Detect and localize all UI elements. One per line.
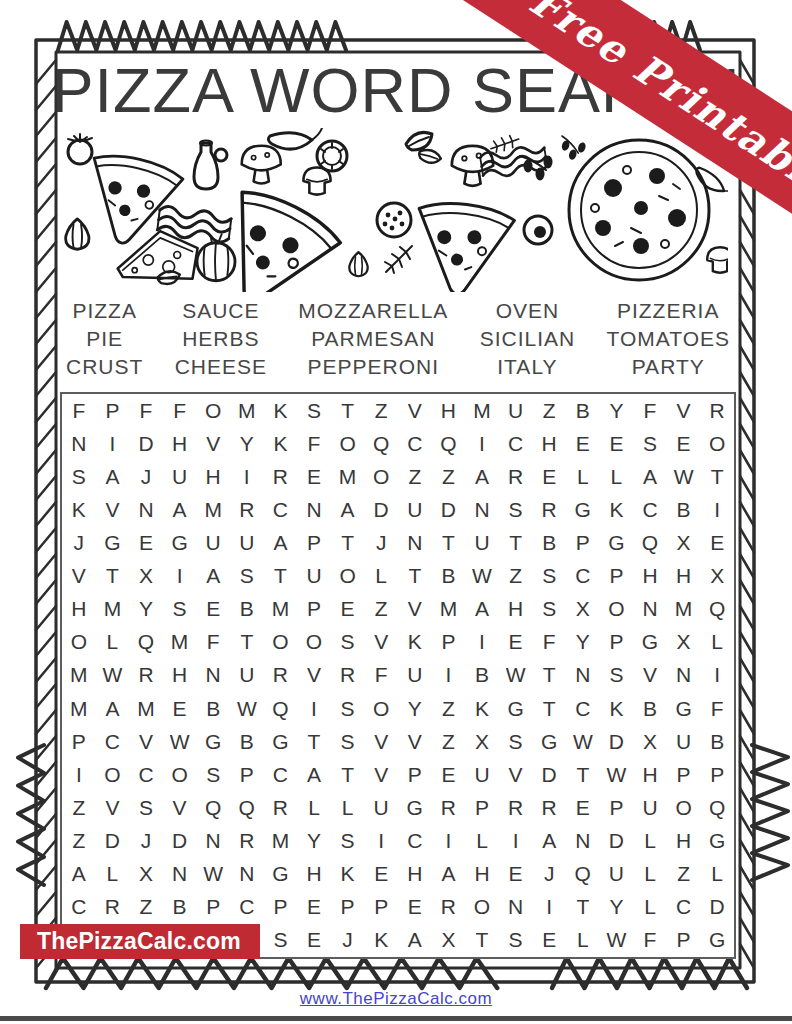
grid-cell: Q xyxy=(633,526,667,559)
grid-cell: A xyxy=(465,460,499,493)
grid-cell: T xyxy=(499,526,533,559)
grid-cell: W xyxy=(196,858,230,891)
ribbon-label: Free Printable xyxy=(522,0,792,206)
grid-cell: R xyxy=(432,791,466,824)
grid-cell: I xyxy=(163,560,197,593)
word-column: OVENSICILIANITALY xyxy=(480,297,576,381)
grid-cell: W xyxy=(96,659,130,692)
grid-cell: B xyxy=(230,725,264,758)
grid-cell: M xyxy=(264,825,298,858)
grid-cell: L xyxy=(633,891,667,924)
grid-cell: U xyxy=(230,526,264,559)
grid-cell: W xyxy=(465,560,499,593)
grid-cell: L xyxy=(700,626,734,659)
word-list-item: PARMESAN xyxy=(298,325,448,353)
grid-cell: U xyxy=(230,659,264,692)
word-column: MOZZARELLAPARMESANPEPPERONI xyxy=(298,297,448,381)
grid-cell: Z xyxy=(432,692,466,725)
grid-cell: S xyxy=(230,560,264,593)
grid-cell: I xyxy=(700,493,734,526)
grid-cell: U xyxy=(465,526,499,559)
grid-cell: Z xyxy=(364,394,398,427)
grid-cell: H xyxy=(297,858,331,891)
grid-cell: J xyxy=(331,924,365,957)
grid-cell: N xyxy=(465,493,499,526)
grid-cell: H xyxy=(667,825,701,858)
grid-cell: S xyxy=(129,791,163,824)
grid-cell: S xyxy=(499,493,533,526)
grid-cell: U xyxy=(163,460,197,493)
grid-cell: I xyxy=(532,891,566,924)
word-list-item: CHEESE xyxy=(175,353,267,381)
grid-cell: I xyxy=(499,825,533,858)
grid-cell: X xyxy=(129,858,163,891)
grid-cell: I xyxy=(432,659,466,692)
grid-cell: R xyxy=(499,791,533,824)
grid-cell: A xyxy=(465,593,499,626)
grid-cell: R xyxy=(264,460,298,493)
grid-cell: M xyxy=(667,593,701,626)
grid-cell: Y xyxy=(398,692,432,725)
word-column: PIZZAPIECRUST xyxy=(66,297,143,381)
grid-cell: Q xyxy=(196,791,230,824)
grid-cell: R xyxy=(230,493,264,526)
grid-cell: B xyxy=(633,692,667,725)
grid-cell: S xyxy=(331,725,365,758)
grid-cell: K xyxy=(264,394,298,427)
grid-cell: G xyxy=(700,924,734,957)
grid-cell: G xyxy=(633,626,667,659)
grid-cell: N xyxy=(196,825,230,858)
grid-cell: R xyxy=(432,891,466,924)
grid-cell: D xyxy=(600,825,634,858)
grid-cell: C xyxy=(633,493,667,526)
grid-cell: T xyxy=(297,725,331,758)
grid-cell: P xyxy=(196,891,230,924)
grid-cell: R xyxy=(532,791,566,824)
grid-cell: G xyxy=(499,692,533,725)
grid-cell: I xyxy=(62,758,96,791)
grid-cell: E xyxy=(129,526,163,559)
grid-cell: O xyxy=(96,758,130,791)
grid-cell: O xyxy=(600,593,634,626)
grid-cell: X xyxy=(667,526,701,559)
grid-cell: L xyxy=(566,460,600,493)
grid-cell: P xyxy=(264,891,298,924)
grid-cell: D xyxy=(432,493,466,526)
printable-page: PIZZA WORD SEARCH xyxy=(0,0,792,1024)
grid-cell: N xyxy=(297,493,331,526)
grid-cell: M xyxy=(264,593,298,626)
grid-cell: N xyxy=(633,593,667,626)
grid-cell: V xyxy=(364,626,398,659)
word-list-item: SICILIAN xyxy=(480,325,576,353)
grid-cell: L xyxy=(96,626,130,659)
grid-cell: T xyxy=(532,692,566,725)
word-list-item: HERBS xyxy=(175,325,267,353)
grid-cell: B xyxy=(465,659,499,692)
grid-cell: P xyxy=(364,891,398,924)
grid-cell: V xyxy=(364,758,398,791)
grid-cell: N xyxy=(398,526,432,559)
grid-cell: P xyxy=(600,791,634,824)
grid-cell: H xyxy=(432,394,466,427)
grid-cell: C xyxy=(566,560,600,593)
grid-cell: B xyxy=(196,692,230,725)
grid-cell: L xyxy=(331,791,365,824)
grid-cell: O xyxy=(364,692,398,725)
grid-cell: O xyxy=(196,394,230,427)
grid-cell: B xyxy=(700,725,734,758)
grid-cell: G xyxy=(264,858,298,891)
grid-cell: Y xyxy=(297,825,331,858)
grid-cell: Z xyxy=(432,725,466,758)
grid-cell: Z xyxy=(62,791,96,824)
grid-cell: T xyxy=(566,891,600,924)
grid-cell: U xyxy=(398,659,432,692)
grid-cell: J xyxy=(129,460,163,493)
grid-cell: C xyxy=(667,891,701,924)
grid-cell: L xyxy=(633,858,667,891)
grid-cell: D xyxy=(364,493,398,526)
grid-cell: V xyxy=(364,725,398,758)
grid-cell: O xyxy=(163,758,197,791)
grid-cell: N xyxy=(163,858,197,891)
grid-cell: E xyxy=(398,891,432,924)
grid-cell: G xyxy=(264,725,298,758)
word-list-item: PARTY xyxy=(606,353,730,381)
grid-cell: B xyxy=(432,560,466,593)
grid-cell: G xyxy=(163,526,197,559)
grid-cell: F xyxy=(700,692,734,725)
grid-cell: T xyxy=(264,560,298,593)
grid-cell: E xyxy=(667,427,701,460)
grid-cell: Z xyxy=(398,460,432,493)
grid-cell: Q xyxy=(700,791,734,824)
grid-cell: M xyxy=(129,692,163,725)
grid-cell: S xyxy=(600,659,634,692)
footer-link[interactable]: www.ThePizzaCalc.com xyxy=(0,989,792,1009)
grid-cell: S xyxy=(163,593,197,626)
grid-cell: Z xyxy=(499,560,533,593)
grid-cell: E xyxy=(196,593,230,626)
grid-cell: B xyxy=(566,394,600,427)
grid-cell: E xyxy=(499,626,533,659)
grid-cell: L xyxy=(566,924,600,957)
grid-cell: V xyxy=(398,394,432,427)
grid-cell: E xyxy=(566,427,600,460)
grid-cell: C xyxy=(230,891,264,924)
grid-cell: L xyxy=(600,460,634,493)
grid-cell: O xyxy=(700,427,734,460)
grid-cell: P xyxy=(566,526,600,559)
grid-cell: P xyxy=(398,758,432,791)
grid-cell: E xyxy=(566,791,600,824)
grid-cell: Q xyxy=(364,427,398,460)
grid-cell: P xyxy=(667,924,701,957)
grid-cell: U xyxy=(600,858,634,891)
grid-cell: R xyxy=(96,891,130,924)
grid-cell: O xyxy=(62,626,96,659)
grid-cell: M xyxy=(230,394,264,427)
grid-cell: Y xyxy=(230,427,264,460)
grid-cell: O xyxy=(331,560,365,593)
grid-cell: V xyxy=(633,659,667,692)
grid-cell: N xyxy=(129,493,163,526)
grid-cell: N xyxy=(566,659,600,692)
grid-cell: R xyxy=(331,659,365,692)
grid-cell: U xyxy=(633,791,667,824)
grid-cell: H xyxy=(163,659,197,692)
grid-cell: R xyxy=(230,825,264,858)
grid-cell: L xyxy=(700,858,734,891)
grid-cell: Q xyxy=(700,593,734,626)
grid-cell: A xyxy=(96,692,130,725)
grid-cell: W xyxy=(600,758,634,791)
grid-cell: Q xyxy=(566,858,600,891)
grid-cell: W xyxy=(230,692,264,725)
grid-cell: Z xyxy=(129,891,163,924)
word-list-item: OVEN xyxy=(480,297,576,325)
grid-cell: N xyxy=(196,659,230,692)
grid-cell: U xyxy=(499,394,533,427)
grid-cell: H xyxy=(633,758,667,791)
grid-cell: Y xyxy=(129,593,163,626)
grid-cell: H xyxy=(163,427,197,460)
grid-cell: J xyxy=(62,526,96,559)
grid-cell: V xyxy=(297,659,331,692)
grid-cell: U xyxy=(667,725,701,758)
grid-cell: F xyxy=(297,427,331,460)
grid-cell: T xyxy=(230,626,264,659)
grid-cell: S xyxy=(196,758,230,791)
grid-cell: U xyxy=(297,560,331,593)
grid-cell: G xyxy=(96,526,130,559)
grid-cell: K xyxy=(264,427,298,460)
grid-cell: K xyxy=(331,858,365,891)
grid-cell: D xyxy=(129,427,163,460)
grid-cell: Z xyxy=(667,858,701,891)
word-list-item: ITALY xyxy=(480,353,576,381)
site-banner: ThePizzaCalc.com xyxy=(20,924,260,959)
grid-cell: S xyxy=(532,593,566,626)
grid-cell: L xyxy=(633,825,667,858)
grid-cell: G xyxy=(398,791,432,824)
grid-cell: E xyxy=(297,924,331,957)
grid-cell: P xyxy=(432,626,466,659)
word-list-item: CRUST xyxy=(66,353,143,381)
grid-cell: X xyxy=(633,725,667,758)
grid-cell: Q xyxy=(264,692,298,725)
grid-cell: S xyxy=(331,626,365,659)
grid-cell: C xyxy=(264,493,298,526)
grid-cell: W xyxy=(600,924,634,957)
grid-cell: Y xyxy=(566,626,600,659)
word-list-item: TOMATOES xyxy=(606,325,730,353)
grid-cell: X xyxy=(566,593,600,626)
grid-cell: M xyxy=(62,692,96,725)
grid-cell: E xyxy=(364,858,398,891)
grid-cell: C xyxy=(398,427,432,460)
grid-cell: R xyxy=(264,791,298,824)
word-column: SAUCEHERBSCHEESE xyxy=(175,297,267,381)
grid-cell: V xyxy=(667,394,701,427)
grid-cell: U xyxy=(364,791,398,824)
grid-cell: K xyxy=(364,924,398,957)
grid-cell: T xyxy=(432,526,466,559)
grid-cell: X xyxy=(465,725,499,758)
grid-cell: U xyxy=(465,758,499,791)
grid-cell: K xyxy=(600,692,634,725)
word-list-item: PEPPERONI xyxy=(298,353,448,381)
grid-cell: N xyxy=(62,427,96,460)
grid-cell: T xyxy=(700,460,734,493)
grid-cell: C xyxy=(62,891,96,924)
grid-cell: T xyxy=(465,924,499,957)
grid-cell: L xyxy=(364,560,398,593)
grid-cell: A xyxy=(264,526,298,559)
grid-cell: B xyxy=(667,493,701,526)
grid-cell: N xyxy=(566,825,600,858)
grid-cell: P xyxy=(600,626,634,659)
grid-cell: M xyxy=(331,460,365,493)
grid-cell: F xyxy=(364,659,398,692)
grid-cell: I xyxy=(297,692,331,725)
grid-cell: E xyxy=(532,460,566,493)
grid-cell: O xyxy=(364,460,398,493)
grid-cell: F xyxy=(62,394,96,427)
grid-cell: S xyxy=(297,394,331,427)
grid-cell: M xyxy=(465,394,499,427)
word-list-item: PIE xyxy=(66,325,143,353)
grid-cell: V xyxy=(96,791,130,824)
word-column: PIZZERIATOMATOESPARTY xyxy=(606,297,730,381)
grid-cell: S xyxy=(499,725,533,758)
free-printable-ribbon: Free Printable xyxy=(392,0,792,300)
grid-cell: P xyxy=(230,758,264,791)
word-list-item: PIZZERIA xyxy=(606,297,730,325)
grid-cell: T xyxy=(96,560,130,593)
grid-cell: E xyxy=(600,427,634,460)
grid-cell: Q xyxy=(230,791,264,824)
grid-cell: I xyxy=(230,460,264,493)
ribbon-band: Free Printable xyxy=(399,0,792,296)
grid-cell: I xyxy=(432,825,466,858)
grid-cell: F xyxy=(196,626,230,659)
grid-cell: P xyxy=(667,758,701,791)
grid-cell: V xyxy=(398,725,432,758)
grid-cell: D xyxy=(96,825,130,858)
grid-cell: N xyxy=(499,891,533,924)
grid-cell: E xyxy=(163,692,197,725)
grid-cell: V xyxy=(398,593,432,626)
grid-cell: C xyxy=(566,692,600,725)
grid-cell: J xyxy=(129,825,163,858)
grid-cell: P xyxy=(331,891,365,924)
grid-cell: L xyxy=(297,791,331,824)
grid-cell: O xyxy=(331,427,365,460)
grid-cell: E xyxy=(432,758,466,791)
grid-cell: R xyxy=(129,659,163,692)
grid-cell: P xyxy=(297,593,331,626)
grid-cell: C xyxy=(96,725,130,758)
grid-cell: V xyxy=(129,725,163,758)
site-banner-label: ThePizzaCalc.com xyxy=(37,928,241,955)
grid-cell: G xyxy=(532,725,566,758)
grid-cell: D xyxy=(600,725,634,758)
grid-cell: M xyxy=(196,493,230,526)
grid-cell: V xyxy=(196,427,230,460)
grid-cell: W xyxy=(499,659,533,692)
grid-cell: W xyxy=(566,725,600,758)
grid-cell: S xyxy=(331,692,365,725)
grid-cell: C xyxy=(129,758,163,791)
word-list-item: SAUCE xyxy=(175,297,267,325)
grid-cell: K xyxy=(62,493,96,526)
grid-cell: A xyxy=(163,493,197,526)
grid-cell: Q xyxy=(432,427,466,460)
grid-cell: H xyxy=(196,460,230,493)
grid-cell: V xyxy=(62,560,96,593)
word-search-grid: FPFFOMKSTZVHMUZBYFVRNIDHVYKFOQCQICHEESEO… xyxy=(60,392,736,959)
grid-cell: A xyxy=(331,493,365,526)
grid-cell: G xyxy=(700,825,734,858)
grid-cell: A xyxy=(432,858,466,891)
grid-cell: L xyxy=(96,858,130,891)
grid-cell: F xyxy=(532,626,566,659)
grid-cell: G xyxy=(600,526,634,559)
word-list-item: PIZZA xyxy=(66,297,143,325)
grid-cell: T xyxy=(331,526,365,559)
grid-cell: H xyxy=(532,427,566,460)
grid-cell: A xyxy=(398,924,432,957)
grid-cell: H xyxy=(465,858,499,891)
grid-cell: P xyxy=(700,758,734,791)
grid-cell: P xyxy=(600,560,634,593)
grid-cell: M xyxy=(432,593,466,626)
grid-cell: C xyxy=(264,758,298,791)
grid-cell: C xyxy=(499,427,533,460)
grid-cell: A xyxy=(62,858,96,891)
grid-cell: E xyxy=(331,593,365,626)
grid-cell: H xyxy=(667,560,701,593)
grid-cell: O xyxy=(465,891,499,924)
grid-cell: F xyxy=(633,394,667,427)
grid-cell: W xyxy=(163,725,197,758)
grid-cell: I xyxy=(364,825,398,858)
grid-cell: P xyxy=(465,791,499,824)
grid-cell: C xyxy=(398,825,432,858)
grid-cell: G xyxy=(566,493,600,526)
grid-cell: Y xyxy=(600,891,634,924)
grid-cell: Z xyxy=(364,593,398,626)
grid-cell: I xyxy=(465,427,499,460)
grid-cell: X xyxy=(129,560,163,593)
grid-cell: D xyxy=(163,825,197,858)
grid-cell: T xyxy=(398,560,432,593)
grid-cell: E xyxy=(700,526,734,559)
grid-cell: B xyxy=(230,593,264,626)
grid-cell: R xyxy=(499,460,533,493)
grid-cell: R xyxy=(532,493,566,526)
grid-cell: O xyxy=(297,626,331,659)
grid-cell: S xyxy=(633,427,667,460)
grid-cell: V xyxy=(163,791,197,824)
grid-cell: N xyxy=(230,858,264,891)
grid-cell: H xyxy=(62,593,96,626)
grid-cell: A xyxy=(297,758,331,791)
grid-cell: Z xyxy=(532,394,566,427)
